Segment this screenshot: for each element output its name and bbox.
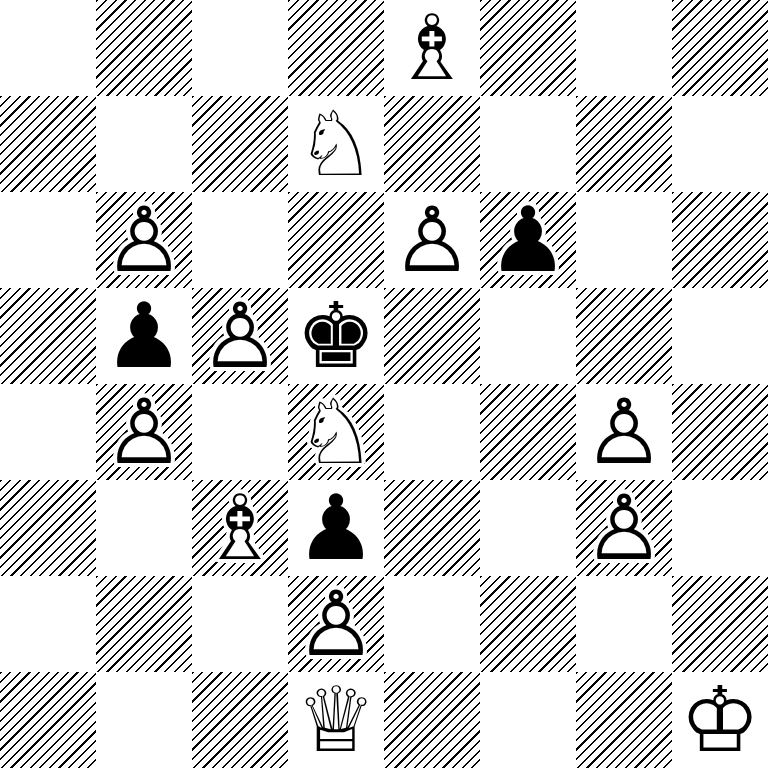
square-g4[interactable]: ♟♙ (576, 384, 672, 480)
piece-glyph: ♙ (576, 384, 672, 480)
square-c2[interactable] (192, 576, 288, 672)
square-e3[interactable] (384, 480, 480, 576)
piece-glyph: ♙ (576, 480, 672, 576)
piece-glyph: ♘ (288, 96, 384, 192)
chess-board: ♝♗♞♘♟♙♟♙♟♟♟♟♟♙♚♚♟♙♞♘♟♙♝♗♟♟♟♙♟♙♛♕♚♔ (0, 0, 768, 768)
piece-glyph: ♙ (96, 192, 192, 288)
square-f2[interactable] (480, 576, 576, 672)
white-queen-d1[interactable]: ♛♕ (288, 672, 384, 768)
square-b4[interactable]: ♟♙ (96, 384, 192, 480)
square-a3[interactable] (0, 480, 96, 576)
square-e4[interactable] (384, 384, 480, 480)
square-b3[interactable] (96, 480, 192, 576)
square-a6[interactable] (0, 192, 96, 288)
square-c6[interactable] (192, 192, 288, 288)
square-d3[interactable]: ♟♟ (288, 480, 384, 576)
square-f4[interactable] (480, 384, 576, 480)
square-f1[interactable] (480, 672, 576, 768)
square-f8[interactable] (480, 0, 576, 96)
square-h4[interactable] (672, 384, 768, 480)
square-d7[interactable]: ♞♘ (288, 96, 384, 192)
black-pawn-b5[interactable]: ♟♟ (96, 288, 192, 384)
square-a5[interactable] (0, 288, 96, 384)
black-pawn-f6[interactable]: ♟♟ (480, 192, 576, 288)
square-e2[interactable] (384, 576, 480, 672)
piece-glyph: ♙ (96, 384, 192, 480)
piece-glyph: ♟ (96, 288, 192, 384)
square-f7[interactable] (480, 96, 576, 192)
square-h3[interactable] (672, 480, 768, 576)
square-d2[interactable]: ♟♙ (288, 576, 384, 672)
square-a8[interactable] (0, 0, 96, 96)
square-a4[interactable] (0, 384, 96, 480)
black-king-d5[interactable]: ♚♚ (288, 288, 384, 384)
square-e5[interactable] (384, 288, 480, 384)
piece-glyph: ♗ (192, 480, 288, 576)
square-g8[interactable] (576, 0, 672, 96)
white-pawn-e6[interactable]: ♟♙ (384, 192, 480, 288)
square-g5[interactable] (576, 288, 672, 384)
square-c3[interactable]: ♝♗ (192, 480, 288, 576)
square-b7[interactable] (96, 96, 192, 192)
piece-glyph: ♚ (288, 288, 384, 384)
piece-glyph: ♗ (384, 0, 480, 96)
square-a2[interactable] (0, 576, 96, 672)
square-g7[interactable] (576, 96, 672, 192)
square-g3[interactable]: ♟♙ (576, 480, 672, 576)
white-pawn-g3[interactable]: ♟♙ (576, 480, 672, 576)
white-bishop-c3[interactable]: ♝♗ (192, 480, 288, 576)
piece-glyph: ♙ (384, 192, 480, 288)
square-f5[interactable] (480, 288, 576, 384)
square-h1[interactable]: ♚♔ (672, 672, 768, 768)
black-pawn-d3[interactable]: ♟♟ (288, 480, 384, 576)
square-d8[interactable] (288, 0, 384, 96)
square-c5[interactable]: ♟♙ (192, 288, 288, 384)
square-a1[interactable] (0, 672, 96, 768)
square-h2[interactable] (672, 576, 768, 672)
square-b6[interactable]: ♟♙ (96, 192, 192, 288)
square-f6[interactable]: ♟♟ (480, 192, 576, 288)
square-c1[interactable] (192, 672, 288, 768)
white-king-h1[interactable]: ♚♔ (672, 672, 768, 768)
square-c8[interactable] (192, 0, 288, 96)
square-e8[interactable]: ♝♗ (384, 0, 480, 96)
white-bishop-e8[interactable]: ♝♗ (384, 0, 480, 96)
square-b8[interactable] (96, 0, 192, 96)
square-h5[interactable] (672, 288, 768, 384)
square-d5[interactable]: ♚♚ (288, 288, 384, 384)
square-h6[interactable] (672, 192, 768, 288)
square-d4[interactable]: ♞♘ (288, 384, 384, 480)
square-f3[interactable] (480, 480, 576, 576)
piece-glyph: ♙ (192, 288, 288, 384)
square-g6[interactable] (576, 192, 672, 288)
square-g1[interactable] (576, 672, 672, 768)
white-knight-d4[interactable]: ♞♘ (288, 384, 384, 480)
square-d1[interactable]: ♛♕ (288, 672, 384, 768)
white-pawn-b6[interactable]: ♟♙ (96, 192, 192, 288)
square-b5[interactable]: ♟♟ (96, 288, 192, 384)
chess-board-wrap: ♝♗♞♘♟♙♟♙♟♟♟♟♟♙♚♚♟♙♞♘♟♙♝♗♟♟♟♙♟♙♛♕♚♔ (0, 0, 768, 768)
square-h7[interactable] (672, 96, 768, 192)
piece-glyph: ♔ (672, 672, 768, 768)
square-d6[interactable] (288, 192, 384, 288)
piece-glyph: ♕ (288, 672, 384, 768)
square-b2[interactable] (96, 576, 192, 672)
piece-glyph: ♟ (288, 480, 384, 576)
square-h8[interactable] (672, 0, 768, 96)
square-e1[interactable] (384, 672, 480, 768)
white-pawn-g4[interactable]: ♟♙ (576, 384, 672, 480)
piece-glyph: ♟ (480, 192, 576, 288)
square-c7[interactable] (192, 96, 288, 192)
white-pawn-c5[interactable]: ♟♙ (192, 288, 288, 384)
square-e7[interactable] (384, 96, 480, 192)
piece-glyph: ♙ (288, 576, 384, 672)
white-pawn-d2[interactable]: ♟♙ (288, 576, 384, 672)
square-e6[interactable]: ♟♙ (384, 192, 480, 288)
square-g2[interactable] (576, 576, 672, 672)
piece-glyph: ♘ (288, 384, 384, 480)
white-knight-d7[interactable]: ♞♘ (288, 96, 384, 192)
white-pawn-b4[interactable]: ♟♙ (96, 384, 192, 480)
square-b1[interactable] (96, 672, 192, 768)
square-a7[interactable] (0, 96, 96, 192)
square-c4[interactable] (192, 384, 288, 480)
